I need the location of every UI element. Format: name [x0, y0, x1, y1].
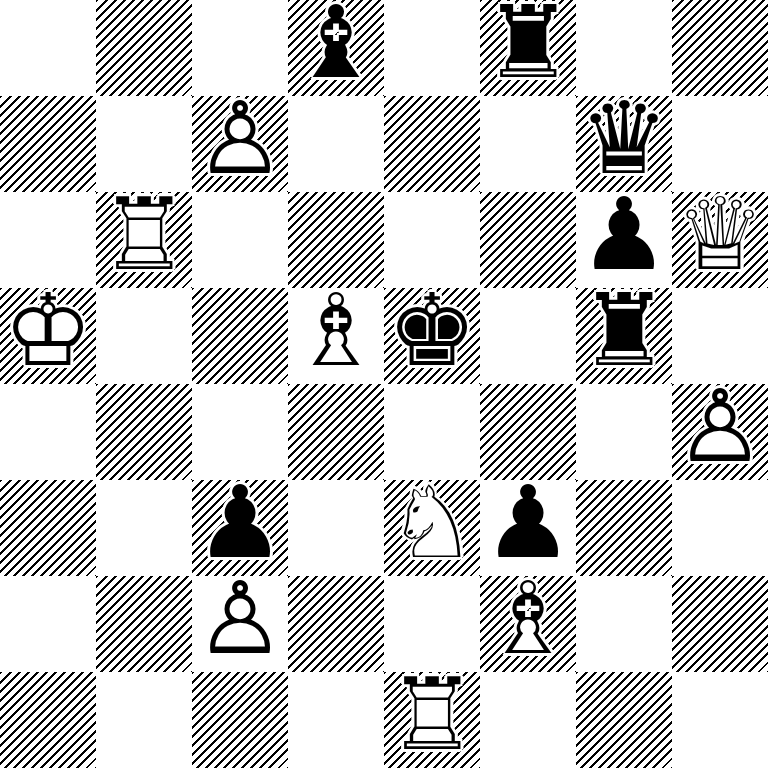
square-b3[interactable]	[96, 480, 192, 576]
white-rook-icon: ♖	[96, 187, 192, 283]
white-pawn-icon: ♙	[672, 379, 768, 475]
piece-white-bishop[interactable]: ♝♗	[288, 288, 384, 384]
piece-white-king[interactable]: ♚♔	[0, 288, 96, 384]
piece-black-king[interactable]: ♚♚	[384, 288, 480, 384]
square-f2[interactable]: ♝♗	[480, 576, 576, 672]
square-b6[interactable]: ♜♖	[96, 192, 192, 288]
white-knight-icon: ♘	[384, 475, 480, 571]
square-f1[interactable]	[480, 672, 576, 768]
square-e7[interactable]	[384, 96, 480, 192]
square-d3[interactable]	[288, 480, 384, 576]
white-bishop-icon: ♗	[288, 283, 384, 379]
white-queen-icon: ♕	[672, 187, 768, 283]
square-h8[interactable]	[672, 0, 768, 96]
square-a3[interactable]	[0, 480, 96, 576]
square-h1[interactable]	[672, 672, 768, 768]
square-a4[interactable]	[0, 384, 96, 480]
square-d5[interactable]: ♝♗	[288, 288, 384, 384]
square-b8[interactable]	[96, 0, 192, 96]
square-c5[interactable]	[192, 288, 288, 384]
square-e8[interactable]	[384, 0, 480, 96]
piece-black-rook[interactable]: ♜♜	[576, 288, 672, 384]
piece-white-bishop[interactable]: ♝♗	[480, 576, 576, 672]
square-d4[interactable]	[288, 384, 384, 480]
square-b1[interactable]	[96, 672, 192, 768]
piece-white-rook[interactable]: ♜♖	[96, 192, 192, 288]
white-rook-icon: ♖	[384, 667, 480, 763]
white-pawn-icon: ♙	[192, 91, 288, 187]
black-queen-icon: ♛	[576, 91, 672, 187]
square-c6[interactable]	[192, 192, 288, 288]
piece-white-pawn[interactable]: ♟♙	[672, 384, 768, 480]
square-c7[interactable]: ♟♙	[192, 96, 288, 192]
black-pawn-icon: ♟	[480, 475, 576, 571]
square-a5[interactable]: ♚♔	[0, 288, 96, 384]
square-e3[interactable]: ♞♘	[384, 480, 480, 576]
black-pawn-icon: ♟	[192, 475, 288, 571]
square-f6[interactable]	[480, 192, 576, 288]
square-h3[interactable]	[672, 480, 768, 576]
square-g4[interactable]	[576, 384, 672, 480]
white-bishop-icon: ♗	[480, 571, 576, 667]
square-b4[interactable]	[96, 384, 192, 480]
chess-board: ♝♝♜♜♟♙♛♛♜♖♟♟♛♕♚♔♝♗♚♚♜♜♟♙♟♟♞♘♟♟♟♙♝♗♜♖	[0, 0, 768, 768]
white-king-icon: ♔	[0, 283, 96, 379]
piece-white-pawn[interactable]: ♟♙	[192, 96, 288, 192]
square-f7[interactable]	[480, 96, 576, 192]
black-rook-icon: ♜	[576, 283, 672, 379]
square-a7[interactable]	[0, 96, 96, 192]
black-pawn-icon: ♟	[576, 187, 672, 283]
square-a1[interactable]	[0, 672, 96, 768]
white-pawn-icon: ♙	[192, 571, 288, 667]
square-d1[interactable]	[288, 672, 384, 768]
black-rook-icon: ♜	[480, 0, 576, 91]
square-g5[interactable]: ♜♜	[576, 288, 672, 384]
piece-black-rook[interactable]: ♜♜	[480, 0, 576, 96]
piece-black-bishop[interactable]: ♝♝	[288, 0, 384, 96]
square-c1[interactable]	[192, 672, 288, 768]
piece-white-rook[interactable]: ♜♖	[384, 672, 480, 768]
piece-white-knight[interactable]: ♞♘	[384, 480, 480, 576]
square-b5[interactable]	[96, 288, 192, 384]
square-a8[interactable]	[0, 0, 96, 96]
square-h2[interactable]	[672, 576, 768, 672]
square-g1[interactable]	[576, 672, 672, 768]
square-d8[interactable]: ♝♝	[288, 0, 384, 96]
black-king-icon: ♚	[384, 283, 480, 379]
piece-white-pawn[interactable]: ♟♙	[192, 576, 288, 672]
square-g2[interactable]	[576, 576, 672, 672]
square-d2[interactable]	[288, 576, 384, 672]
square-b2[interactable]	[96, 576, 192, 672]
square-e5[interactable]: ♚♚	[384, 288, 480, 384]
square-a2[interactable]	[0, 576, 96, 672]
square-c2[interactable]: ♟♙	[192, 576, 288, 672]
square-g3[interactable]	[576, 480, 672, 576]
black-bishop-icon: ♝	[288, 0, 384, 91]
square-h4[interactable]: ♟♙	[672, 384, 768, 480]
piece-white-queen[interactable]: ♛♕	[672, 192, 768, 288]
square-f8[interactable]: ♜♜	[480, 0, 576, 96]
square-f5[interactable]	[480, 288, 576, 384]
square-e1[interactable]: ♜♖	[384, 672, 480, 768]
square-d7[interactable]	[288, 96, 384, 192]
square-h6[interactable]: ♛♕	[672, 192, 768, 288]
